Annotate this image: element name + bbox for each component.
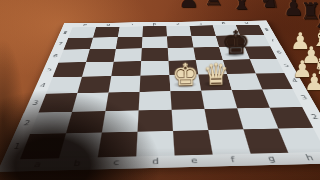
square-h2[interactable] [270,107,313,129]
captured-white-pawn: ♟ [304,71,320,94]
square-d8[interactable] [142,26,167,37]
square-b6[interactable] [86,49,116,62]
square-h3[interactable] [262,89,302,108]
bottom-left-shadow [0,90,160,180]
square-a5[interactable] [53,62,86,77]
square-d6[interactable] [141,48,168,61]
square-d7[interactable] [142,36,168,48]
captured-black-rook: ♜ [203,0,224,9]
square-g3[interactable] [232,89,270,108]
white-queen[interactable]: ♛ [203,60,230,90]
square-c7[interactable] [116,37,143,49]
square-c8[interactable] [118,26,143,37]
photo-scene: abcdefgh88776♚6554♚♛4332211abcdefgh ♟♜♝♞… [0,0,320,180]
square-b5[interactable] [82,62,114,77]
square-c5[interactable] [111,61,141,76]
square-e4[interactable]: ♚ [169,75,201,92]
black-king[interactable]: ♚ [221,26,251,59]
square-e3[interactable] [170,91,204,110]
square-d5[interactable] [140,61,169,76]
captured-black-knight: ♞ [259,0,280,11]
square-e7[interactable] [167,36,194,48]
square-h4[interactable] [256,73,293,90]
square-b8[interactable] [93,27,119,38]
square-f7[interactable] [191,36,219,48]
square-e8[interactable] [166,26,191,37]
square-b7[interactable] [90,37,118,49]
square-a8[interactable] [68,27,96,38]
square-a6[interactable] [58,49,89,62]
square-c6[interactable] [114,48,142,61]
captured-black-pawn: ♟ [178,0,199,11]
square-f8[interactable] [190,25,216,36]
square-e2[interactable] [172,109,209,131]
captured-black-bishop: ♝ [231,0,252,13]
square-a7[interactable] [64,38,93,50]
square-f4[interactable]: ♛ [198,74,232,91]
white-king[interactable]: ♚ [171,59,199,90]
